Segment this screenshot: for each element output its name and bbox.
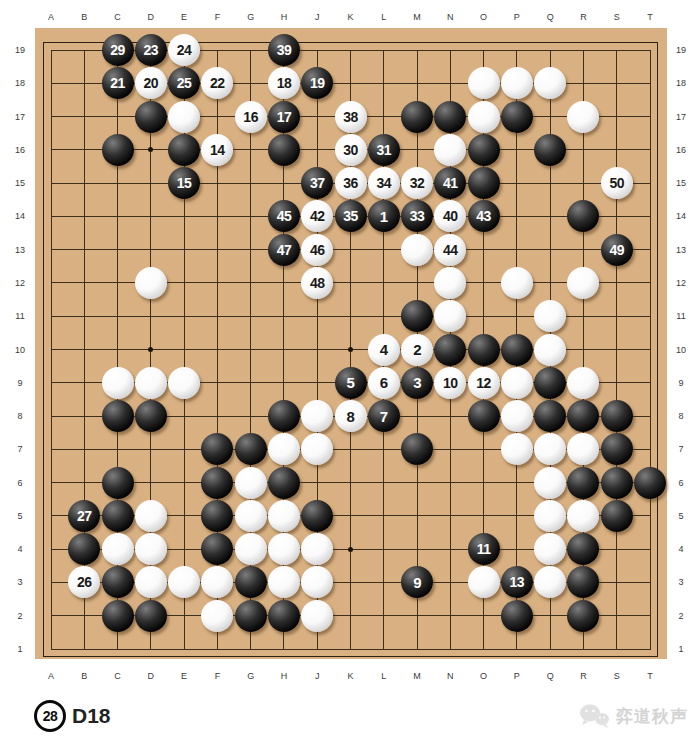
black-stone-C19: 29 — [102, 34, 134, 66]
column-label: R — [573, 12, 593, 22]
white-stone-E17 — [168, 101, 200, 133]
white-stone-F16: 14 — [201, 134, 233, 166]
white-stone-C9 — [102, 367, 134, 399]
column-label: T — [640, 671, 660, 681]
white-stone-F2 — [201, 600, 233, 632]
row-label: 3 — [671, 577, 691, 587]
white-stone-K16: 30 — [335, 134, 367, 166]
black-stone-H17: 17 — [268, 101, 300, 133]
star-point — [348, 347, 353, 352]
column-label: B — [74, 671, 94, 681]
black-stone-T6 — [634, 467, 666, 499]
white-stone-G4 — [235, 533, 267, 565]
white-stone-O3 — [468, 566, 500, 598]
column-label: K — [341, 12, 361, 22]
column-label: N — [440, 671, 460, 681]
column-label: Q — [540, 12, 560, 22]
black-stone-D19: 23 — [135, 34, 167, 66]
white-stone-S15: 50 — [601, 167, 633, 199]
row-label: 9 — [671, 378, 691, 388]
white-stone-D12 — [135, 267, 167, 299]
move-caption: 28 D18 — [34, 700, 111, 732]
column-label: L — [374, 12, 394, 22]
black-stone-K14: 35 — [335, 200, 367, 232]
row-label: 14 — [671, 211, 691, 221]
black-stone-P10 — [501, 334, 533, 366]
white-stone-M13 — [401, 234, 433, 266]
column-label: J — [307, 671, 327, 681]
column-label: T — [640, 12, 660, 22]
column-label: F — [207, 671, 227, 681]
black-stone-C3 — [102, 566, 134, 598]
white-stone-E9 — [168, 367, 200, 399]
row-label: 5 — [671, 511, 691, 521]
column-label: P — [507, 671, 527, 681]
white-stone-O18 — [468, 67, 500, 99]
row-label: 17 — [10, 112, 30, 122]
row-label: 5 — [10, 511, 30, 521]
white-stone-P12 — [501, 267, 533, 299]
wechat-icon — [578, 703, 610, 729]
black-stone-G7 — [235, 433, 267, 465]
row-label: 6 — [10, 478, 30, 488]
black-stone-S13: 49 — [601, 234, 633, 266]
black-stone-C6 — [102, 467, 134, 499]
row-label: 19 — [671, 45, 691, 55]
white-stone-L15: 34 — [368, 167, 400, 199]
column-label: R — [573, 671, 593, 681]
black-stone-Q9 — [534, 367, 566, 399]
black-stone-N17 — [434, 101, 466, 133]
black-stone-O4: 11 — [468, 533, 500, 565]
watermark-text: 弈道秋声 — [616, 705, 688, 728]
black-stone-C16 — [102, 134, 134, 166]
white-stone-Q5 — [534, 500, 566, 532]
black-stone-R6 — [567, 467, 599, 499]
white-stone-E19: 24 — [168, 34, 200, 66]
white-stone-H5 — [268, 500, 300, 532]
row-label: 12 — [671, 278, 691, 288]
black-stone-O8 — [468, 400, 500, 432]
black-stone-C2 — [102, 600, 134, 632]
black-stone-S5 — [601, 500, 633, 532]
white-stone-P9 — [501, 367, 533, 399]
row-label: 9 — [10, 378, 30, 388]
white-stone-G6 — [235, 467, 267, 499]
white-stone-K15: 36 — [335, 167, 367, 199]
black-stone-H6 — [268, 467, 300, 499]
black-stone-E16 — [168, 134, 200, 166]
black-stone-Q16 — [534, 134, 566, 166]
black-stone-O10 — [468, 334, 500, 366]
black-stone-D8 — [135, 400, 167, 432]
white-stone-M15: 32 — [401, 167, 433, 199]
black-stone-B5: 27 — [68, 500, 100, 532]
row-label: 4 — [671, 544, 691, 554]
row-label: 11 — [671, 311, 691, 321]
caption-move-number: 28 — [43, 708, 58, 724]
white-stone-D18: 20 — [135, 67, 167, 99]
column-label: G — [241, 12, 261, 22]
black-stone-G2 — [235, 600, 267, 632]
white-stone-H4 — [268, 533, 300, 565]
row-label: 6 — [671, 478, 691, 488]
white-stone-R9 — [567, 367, 599, 399]
star-point — [348, 547, 353, 552]
white-stone-H18: 18 — [268, 67, 300, 99]
white-stone-R17 — [567, 101, 599, 133]
white-stone-L10: 4 — [368, 334, 400, 366]
white-stone-D4 — [135, 533, 167, 565]
white-stone-Q10 — [534, 334, 566, 366]
white-stone-J12: 48 — [301, 267, 333, 299]
row-label: 1 — [671, 644, 691, 654]
caption-move-point: D18 — [72, 704, 111, 728]
column-label: N — [440, 12, 460, 22]
black-stone-M9: 3 — [401, 367, 433, 399]
black-stone-H16 — [268, 134, 300, 166]
white-stone-J2 — [301, 600, 333, 632]
go-diagram-page: AABBCCDDEEFFGGHHJJKKLLMMNNOOPPQQRRSSTT19… — [0, 0, 700, 749]
row-label: 11 — [10, 311, 30, 321]
black-stone-O14: 43 — [468, 200, 500, 232]
column-label: S — [607, 671, 627, 681]
black-stone-P17 — [501, 101, 533, 133]
white-stone-G17: 16 — [235, 101, 267, 133]
row-label: 19 — [10, 45, 30, 55]
black-stone-S6 — [601, 467, 633, 499]
white-stone-D9 — [135, 367, 167, 399]
column-label: D — [141, 671, 161, 681]
row-label: 16 — [671, 145, 691, 155]
column-label: M — [407, 671, 427, 681]
grid-line — [616, 50, 617, 650]
black-stone-C5 — [102, 500, 134, 532]
black-stone-H2 — [268, 600, 300, 632]
black-stone-S7 — [601, 433, 633, 465]
row-label: 8 — [10, 411, 30, 421]
grid-line — [51, 50, 52, 650]
row-label: 18 — [10, 78, 30, 88]
black-stone-G3 — [235, 566, 267, 598]
white-stone-G5 — [235, 500, 267, 532]
black-stone-C18: 21 — [102, 67, 134, 99]
row-label: 15 — [10, 178, 30, 188]
black-stone-E15: 15 — [168, 167, 200, 199]
black-stone-Q8 — [534, 400, 566, 432]
black-stone-O15 — [468, 167, 500, 199]
black-stone-L14: 1 — [368, 200, 400, 232]
column-label: H — [274, 12, 294, 22]
black-stone-O16 — [468, 134, 500, 166]
white-stone-P18 — [501, 67, 533, 99]
black-stone-R2 — [567, 600, 599, 632]
black-stone-K9: 5 — [335, 367, 367, 399]
black-stone-H19: 39 — [268, 34, 300, 66]
black-stone-J5 — [301, 500, 333, 532]
white-stone-O17 — [468, 101, 500, 133]
white-stone-K8: 8 — [335, 400, 367, 432]
column-label: S — [607, 12, 627, 22]
column-label: K — [341, 671, 361, 681]
column-label: O — [474, 671, 494, 681]
black-stone-F6 — [201, 467, 233, 499]
column-label: E — [174, 671, 194, 681]
black-stone-M17 — [401, 101, 433, 133]
black-stone-H8 — [268, 400, 300, 432]
white-stone-K17: 38 — [335, 101, 367, 133]
white-stone-J13: 46 — [301, 234, 333, 266]
caption-move-stone: 28 — [34, 700, 66, 732]
black-stone-L8: 7 — [368, 400, 400, 432]
column-label: C — [108, 12, 128, 22]
white-stone-N16 — [434, 134, 466, 166]
white-stone-D5 — [135, 500, 167, 532]
column-label: P — [507, 12, 527, 22]
white-stone-P8 — [501, 400, 533, 432]
row-label: 12 — [10, 278, 30, 288]
row-label: 7 — [10, 444, 30, 454]
black-stone-S8 — [601, 400, 633, 432]
column-label: B — [74, 12, 94, 22]
row-label: 7 — [671, 444, 691, 454]
row-label: 17 — [671, 112, 691, 122]
row-label: 2 — [10, 611, 30, 621]
grid-line — [51, 649, 651, 650]
row-label: 10 — [671, 345, 691, 355]
white-stone-C4 — [102, 533, 134, 565]
column-label: G — [241, 671, 261, 681]
column-label: M — [407, 12, 427, 22]
row-label: 14 — [10, 211, 30, 221]
row-label: 2 — [671, 611, 691, 621]
black-stone-D2 — [135, 600, 167, 632]
row-label: 1 — [10, 644, 30, 654]
row-label: 8 — [671, 411, 691, 421]
white-stone-L9: 6 — [368, 367, 400, 399]
publisher-watermark: 弈道秋声 — [578, 703, 688, 729]
column-label: Q — [540, 671, 560, 681]
column-label: C — [108, 671, 128, 681]
column-label: A — [41, 12, 61, 22]
row-label: 13 — [10, 245, 30, 255]
column-label: J — [307, 12, 327, 22]
black-stone-H13: 47 — [268, 234, 300, 266]
black-stone-C8 — [102, 400, 134, 432]
black-stone-P2 — [501, 600, 533, 632]
row-label: 4 — [10, 544, 30, 554]
column-label: F — [207, 12, 227, 22]
white-stone-N9: 10 — [434, 367, 466, 399]
row-label: 15 — [671, 178, 691, 188]
column-label: D — [141, 12, 161, 22]
white-stone-P7 — [501, 433, 533, 465]
white-stone-O9: 12 — [468, 367, 500, 399]
row-label: 10 — [10, 345, 30, 355]
row-label: 3 — [10, 577, 30, 587]
white-stone-Q6 — [534, 467, 566, 499]
row-label: 16 — [10, 145, 30, 155]
black-stone-D17 — [135, 101, 167, 133]
grid-line — [51, 249, 651, 250]
column-label: A — [41, 671, 61, 681]
black-stone-N10 — [434, 334, 466, 366]
white-stone-N13: 44 — [434, 234, 466, 266]
grid-line — [650, 50, 651, 650]
white-stone-M10: 2 — [401, 334, 433, 366]
column-label: L — [374, 671, 394, 681]
row-label: 13 — [671, 245, 691, 255]
column-label: O — [474, 12, 494, 22]
column-label: E — [174, 12, 194, 22]
row-label: 18 — [671, 78, 691, 88]
column-label: H — [274, 671, 294, 681]
black-stone-L16: 31 — [368, 134, 400, 166]
